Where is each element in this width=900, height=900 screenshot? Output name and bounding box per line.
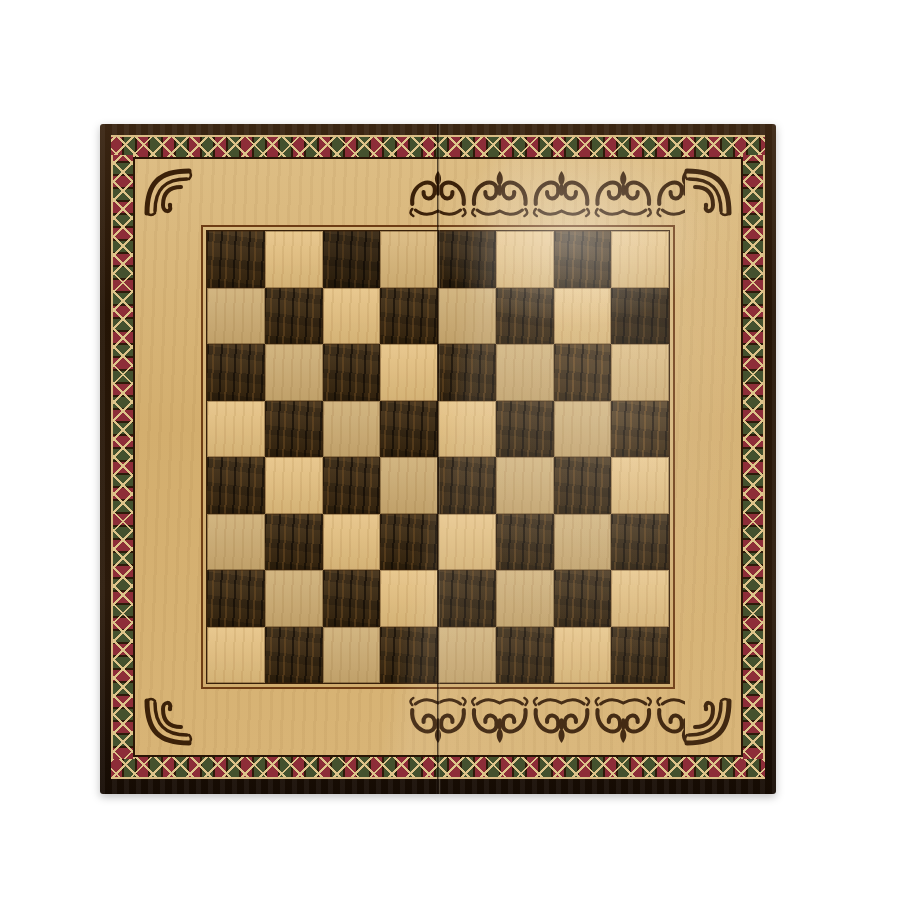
square-d1[interactable] bbox=[380, 627, 438, 684]
square-h6[interactable] bbox=[611, 344, 669, 401]
square-e8[interactable] bbox=[438, 231, 496, 288]
square-e3[interactable] bbox=[438, 514, 496, 571]
square-g6[interactable] bbox=[554, 344, 612, 401]
square-e5[interactable] bbox=[438, 401, 496, 458]
square-a1[interactable] bbox=[207, 627, 265, 684]
square-b5[interactable] bbox=[265, 401, 323, 458]
scroll-ornament-corner-bottom-right bbox=[681, 695, 735, 749]
square-d7[interactable] bbox=[380, 288, 438, 345]
square-e7[interactable] bbox=[438, 288, 496, 345]
square-d5[interactable] bbox=[380, 401, 438, 458]
square-b3[interactable] bbox=[265, 514, 323, 571]
square-f4[interactable] bbox=[496, 457, 554, 514]
square-a6[interactable] bbox=[207, 344, 265, 401]
square-d4[interactable] bbox=[380, 457, 438, 514]
square-h4[interactable] bbox=[611, 457, 669, 514]
square-h2[interactable] bbox=[611, 570, 669, 627]
square-e1[interactable] bbox=[438, 627, 496, 684]
square-h7[interactable] bbox=[611, 288, 669, 345]
square-c8[interactable] bbox=[323, 231, 381, 288]
square-b2[interactable] bbox=[265, 570, 323, 627]
square-g1[interactable] bbox=[554, 627, 612, 684]
board-hinge-seam bbox=[437, 124, 440, 794]
square-g5[interactable] bbox=[554, 401, 612, 458]
mosaic-border-right bbox=[741, 155, 765, 759]
square-a2[interactable] bbox=[207, 570, 265, 627]
square-f1[interactable] bbox=[496, 627, 554, 684]
square-f2[interactable] bbox=[496, 570, 554, 627]
square-f8[interactable] bbox=[496, 231, 554, 288]
square-g2[interactable] bbox=[554, 570, 612, 627]
square-h8[interactable] bbox=[611, 231, 669, 288]
square-f3[interactable] bbox=[496, 514, 554, 571]
mosaic-border-left bbox=[111, 155, 135, 759]
square-b1[interactable] bbox=[265, 627, 323, 684]
square-g7[interactable] bbox=[554, 288, 612, 345]
square-d8[interactable] bbox=[380, 231, 438, 288]
square-g3[interactable] bbox=[554, 514, 612, 571]
square-g4[interactable] bbox=[554, 457, 612, 514]
square-f6[interactable] bbox=[496, 344, 554, 401]
scroll-ornament-corner-top-left bbox=[141, 165, 195, 219]
square-f7[interactable] bbox=[496, 288, 554, 345]
square-d3[interactable] bbox=[380, 514, 438, 571]
square-e4[interactable] bbox=[438, 457, 496, 514]
square-c4[interactable] bbox=[323, 457, 381, 514]
square-a5[interactable] bbox=[207, 401, 265, 458]
square-a8[interactable] bbox=[207, 231, 265, 288]
scroll-ornament-corner-bottom-left bbox=[141, 695, 195, 749]
square-g8[interactable] bbox=[554, 231, 612, 288]
square-c1[interactable] bbox=[323, 627, 381, 684]
square-b6[interactable] bbox=[265, 344, 323, 401]
square-d2[interactable] bbox=[380, 570, 438, 627]
scroll-ornament-border-right bbox=[680, 215, 734, 699]
photo-background bbox=[0, 0, 900, 900]
square-c2[interactable] bbox=[323, 570, 381, 627]
square-b7[interactable] bbox=[265, 288, 323, 345]
square-c6[interactable] bbox=[323, 344, 381, 401]
square-c7[interactable] bbox=[323, 288, 381, 345]
scroll-ornament-corner-top-right bbox=[681, 165, 735, 219]
square-c3[interactable] bbox=[323, 514, 381, 571]
square-h1[interactable] bbox=[611, 627, 669, 684]
square-a7[interactable] bbox=[207, 288, 265, 345]
square-a4[interactable] bbox=[207, 457, 265, 514]
square-a3[interactable] bbox=[207, 514, 265, 571]
scroll-ornament-border-left bbox=[142, 215, 196, 699]
square-e6[interactable] bbox=[438, 344, 496, 401]
square-b8[interactable] bbox=[265, 231, 323, 288]
square-d6[interactable] bbox=[380, 344, 438, 401]
square-h3[interactable] bbox=[611, 514, 669, 571]
square-b4[interactable] bbox=[265, 457, 323, 514]
square-c5[interactable] bbox=[323, 401, 381, 458]
square-h5[interactable] bbox=[611, 401, 669, 458]
square-f5[interactable] bbox=[496, 401, 554, 458]
square-e2[interactable] bbox=[438, 570, 496, 627]
chess-board bbox=[100, 124, 776, 794]
